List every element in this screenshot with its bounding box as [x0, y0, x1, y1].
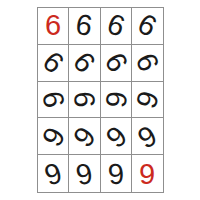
grid-cell: 6 [69, 155, 100, 192]
grid-cell: 6 [101, 8, 132, 45]
grid-cell: 6 [132, 155, 163, 192]
rotated-digit: 6 [37, 122, 70, 150]
rotated-digit: 6 [133, 9, 161, 42]
grid-cell: 6 [101, 82, 132, 119]
grid-cell: 6 [132, 45, 163, 82]
grid-cell: 6 [132, 8, 163, 45]
grid-cell: 6 [69, 118, 100, 155]
grid-cell: 6 [38, 45, 69, 82]
grid-cell: 6 [101, 155, 132, 192]
rotated-digit: 6 [131, 50, 164, 76]
rotated-digit: 6 [37, 47, 68, 79]
rotated-digit: 6 [41, 157, 65, 190]
rotated-digit: 6 [68, 121, 101, 152]
rotated-digit: 6 [139, 159, 155, 188]
rotated-digit: 6 [103, 10, 128, 43]
grid-cell: 6 [38, 118, 69, 155]
rotated-digit: 6 [100, 90, 131, 110]
rotated-digit: 6 [70, 91, 100, 108]
grid-cell: 6 [38, 82, 69, 119]
grid-cell: 6 [69, 45, 100, 82]
grid-cell: 6 [69, 82, 100, 119]
rotated-digit: 6 [37, 89, 68, 110]
rotated-digit: 6 [133, 120, 161, 153]
rotated-digit: 6 [68, 47, 101, 78]
rotated-digit: 6 [106, 158, 125, 188]
grid-cell: 6 [101, 45, 132, 82]
rotated-digit: 6 [100, 120, 131, 152]
grid-cell: 6 [101, 118, 132, 155]
grid-cell: 6 [69, 8, 100, 45]
grid-cell: 6 [38, 8, 69, 45]
grid-cell: 6 [38, 155, 69, 192]
grid-cell: 6 [132, 118, 163, 155]
rotation-grid: 66666666666666666666 [37, 7, 164, 193]
puzzle-canvas: 66666666666666666666 [0, 0, 200, 200]
grid-cell: 6 [132, 82, 163, 119]
rotated-digit: 6 [99, 48, 132, 77]
rotated-digit: 6 [74, 10, 94, 41]
rotated-digit: 6 [45, 11, 61, 40]
rotated-digit: 6 [131, 88, 163, 112]
rotated-digit: 6 [74, 158, 95, 190]
